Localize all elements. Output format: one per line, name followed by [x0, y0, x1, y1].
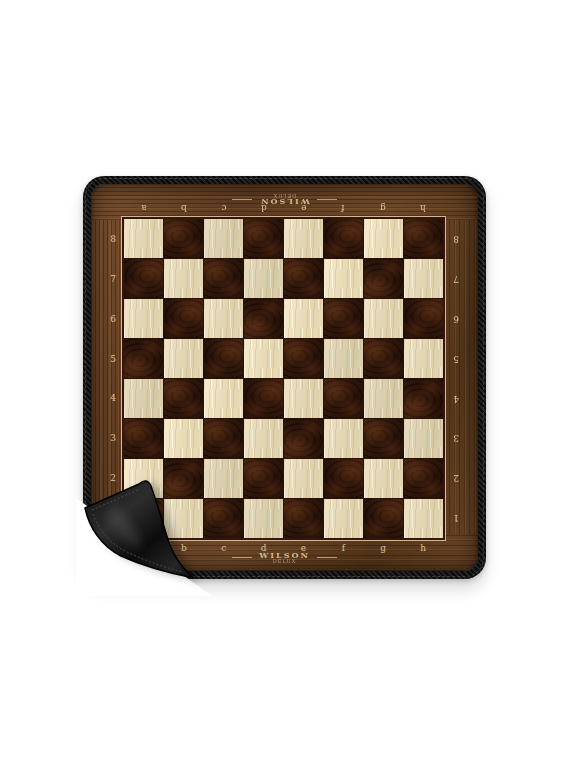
square-c6[interactable] — [204, 299, 243, 338]
square-a8[interactable] — [124, 219, 163, 258]
rank-labels-left: 87654321 — [106, 219, 120, 538]
square-b1[interactable] — [164, 499, 203, 538]
chess-mat: WILSON DELUX abcdefgh abcdefgh 87654321 … — [83, 176, 486, 579]
square-g4[interactable] — [364, 379, 403, 418]
square-f2[interactable] — [324, 459, 363, 498]
square-a2[interactable] — [124, 459, 163, 498]
square-c2[interactable] — [204, 459, 243, 498]
square-b3[interactable] — [164, 419, 203, 458]
square-g2[interactable] — [364, 459, 403, 498]
file-label-c: c — [204, 202, 244, 213]
brand-subtext: DELUX — [273, 559, 296, 564]
file-label-h: h — [403, 202, 443, 213]
square-g5[interactable] — [364, 339, 403, 378]
square-f6[interactable] — [324, 299, 363, 338]
square-e2[interactable] — [284, 459, 323, 498]
square-c4[interactable] — [204, 379, 243, 418]
rank-label-7: 7 — [449, 259, 463, 299]
square-g3[interactable] — [364, 419, 403, 458]
square-b4[interactable] — [164, 379, 203, 418]
rank-label-4: 4 — [449, 379, 463, 419]
rank-labels-right: 87654321 — [449, 219, 463, 538]
square-g8[interactable] — [364, 219, 403, 258]
rank-label-3: 3 — [106, 418, 120, 458]
brand-line-left — [232, 557, 252, 558]
square-e1[interactable] — [284, 499, 323, 538]
square-f3[interactable] — [324, 419, 363, 458]
square-a3[interactable] — [124, 419, 163, 458]
square-d6[interactable] — [244, 299, 283, 338]
square-f5[interactable] — [324, 339, 363, 378]
square-f7[interactable] — [324, 259, 363, 298]
square-d7[interactable] — [244, 259, 283, 298]
rank-label-4: 4 — [106, 379, 120, 419]
rank-label-2: 2 — [449, 458, 463, 498]
square-a6[interactable] — [124, 299, 163, 338]
brand-line-left — [317, 199, 337, 200]
square-a4[interactable] — [124, 379, 163, 418]
square-d5[interactable] — [244, 339, 283, 378]
square-c7[interactable] — [204, 259, 243, 298]
brand-line-right — [317, 557, 337, 558]
square-h8[interactable] — [404, 219, 443, 258]
brand-subtext: DELUX — [273, 193, 296, 198]
square-g6[interactable] — [364, 299, 403, 338]
rank-label-5: 5 — [106, 339, 120, 379]
square-h2[interactable] — [404, 459, 443, 498]
square-e7[interactable] — [284, 259, 323, 298]
square-h7[interactable] — [404, 259, 443, 298]
square-f8[interactable] — [324, 219, 363, 258]
square-g1[interactable] — [364, 499, 403, 538]
square-d3[interactable] — [244, 419, 283, 458]
rank-label-2: 2 — [106, 458, 120, 498]
rank-label-8: 8 — [106, 219, 120, 259]
square-f1[interactable] — [324, 499, 363, 538]
square-h4[interactable] — [404, 379, 443, 418]
square-h5[interactable] — [404, 339, 443, 378]
square-a5[interactable] — [124, 339, 163, 378]
rank-label-1: 1 — [106, 498, 120, 538]
square-a1[interactable] — [124, 499, 163, 538]
rank-label-6: 6 — [449, 299, 463, 339]
square-e4[interactable] — [284, 379, 323, 418]
square-b8[interactable] — [164, 219, 203, 258]
square-c5[interactable] — [204, 339, 243, 378]
square-h6[interactable] — [404, 299, 443, 338]
rank-label-3: 3 — [449, 418, 463, 458]
brand-line-right — [232, 199, 252, 200]
square-d8[interactable] — [244, 219, 283, 258]
file-label-a: a — [124, 202, 164, 213]
rank-label-8: 8 — [449, 219, 463, 259]
square-c3[interactable] — [204, 419, 243, 458]
square-d4[interactable] — [244, 379, 283, 418]
file-label-e: e — [284, 202, 324, 213]
square-b5[interactable] — [164, 339, 203, 378]
square-b7[interactable] — [164, 259, 203, 298]
square-e3[interactable] — [284, 419, 323, 458]
square-e5[interactable] — [284, 339, 323, 378]
brand-logo-bottom: WILSON DELUX — [83, 551, 486, 564]
square-c8[interactable] — [204, 219, 243, 258]
file-label-f: f — [323, 202, 363, 213]
square-h3[interactable] — [404, 419, 443, 458]
square-e6[interactable] — [284, 299, 323, 338]
square-d2[interactable] — [244, 459, 283, 498]
file-label-g: g — [363, 202, 403, 213]
square-f4[interactable] — [324, 379, 363, 418]
rank-label-1: 1 — [449, 498, 463, 538]
square-g7[interactable] — [364, 259, 403, 298]
board-frame — [122, 217, 445, 540]
product-photo: WILSON DELUX abcdefgh abcdefgh 87654321 … — [0, 0, 570, 760]
file-label-b: b — [164, 202, 204, 213]
square-e8[interactable] — [284, 219, 323, 258]
rank-label-6: 6 — [106, 299, 120, 339]
rank-label-5: 5 — [449, 339, 463, 379]
square-b2[interactable] — [164, 459, 203, 498]
file-label-d: d — [244, 202, 284, 213]
square-a7[interactable] — [124, 259, 163, 298]
chess-board — [124, 219, 443, 538]
square-h1[interactable] — [404, 499, 443, 538]
square-b6[interactable] — [164, 299, 203, 338]
square-d1[interactable] — [244, 499, 283, 538]
file-labels-top: abcdefgh — [124, 202, 443, 213]
rank-label-7: 7 — [106, 259, 120, 299]
square-c1[interactable] — [204, 499, 243, 538]
